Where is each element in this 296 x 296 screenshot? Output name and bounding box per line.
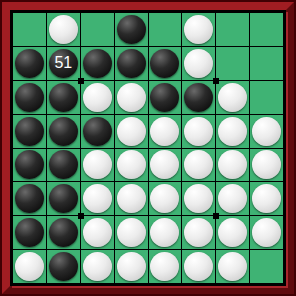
cell-f8[interactable] [182, 250, 215, 283]
cell-e3[interactable] [149, 81, 182, 114]
black-disc [49, 150, 78, 179]
cell-d7[interactable] [115, 216, 148, 249]
cell-h1[interactable] [250, 13, 283, 46]
cell-g8[interactable] [216, 250, 249, 283]
cell-h5[interactable] [250, 149, 283, 182]
black-disc [184, 83, 213, 112]
white-disc [184, 49, 213, 78]
board-frame: 51 [0, 0, 296, 296]
white-disc [184, 218, 213, 247]
cell-f5[interactable] [182, 149, 215, 182]
white-disc [150, 218, 179, 247]
cell-h2[interactable] [250, 47, 283, 80]
cell-a4[interactable] [13, 115, 46, 148]
cell-a1[interactable] [13, 13, 46, 46]
board-grid: 51 [13, 13, 283, 283]
black-disc [117, 15, 146, 44]
cell-b3[interactable] [47, 81, 80, 114]
cell-h6[interactable] [250, 182, 283, 215]
white-disc [184, 252, 213, 281]
cell-a7[interactable] [13, 216, 46, 249]
white-disc [49, 15, 78, 44]
cell-b8[interactable] [47, 250, 80, 283]
white-disc [83, 218, 112, 247]
cell-c3[interactable] [81, 81, 114, 114]
black-disc [117, 49, 146, 78]
white-disc [184, 184, 213, 213]
cell-d6[interactable] [115, 182, 148, 215]
white-disc [150, 184, 179, 213]
cell-f7[interactable] [182, 216, 215, 249]
cell-c5[interactable] [81, 149, 114, 182]
white-disc [218, 83, 247, 112]
white-disc [218, 117, 247, 146]
white-disc [117, 150, 146, 179]
cell-d8[interactable] [115, 250, 148, 283]
black-disc [15, 184, 44, 213]
white-disc [83, 83, 112, 112]
cell-e2[interactable] [149, 47, 182, 80]
cell-g2[interactable] [216, 47, 249, 80]
white-disc [83, 252, 112, 281]
cell-g3[interactable] [216, 81, 249, 114]
white-disc [150, 150, 179, 179]
white-disc [117, 117, 146, 146]
cell-a5[interactable] [13, 149, 46, 182]
black-disc [49, 184, 78, 213]
white-disc [150, 117, 179, 146]
cell-a8[interactable] [13, 250, 46, 283]
cell-g7[interactable] [216, 216, 249, 249]
white-disc [117, 218, 146, 247]
cell-f6[interactable] [182, 182, 215, 215]
cell-g5[interactable] [216, 149, 249, 182]
white-disc [184, 117, 213, 146]
cell-e7[interactable] [149, 216, 182, 249]
cell-e5[interactable] [149, 149, 182, 182]
white-disc [150, 252, 179, 281]
cell-c4[interactable] [81, 115, 114, 148]
white-disc [218, 218, 247, 247]
white-disc [218, 150, 247, 179]
black-disc [150, 83, 179, 112]
cell-e6[interactable] [149, 182, 182, 215]
black-disc [49, 218, 78, 247]
cell-b4[interactable] [47, 115, 80, 148]
black-disc [15, 150, 44, 179]
white-disc [252, 150, 281, 179]
cell-b2[interactable]: 51 [47, 47, 80, 80]
black-disc [83, 49, 112, 78]
black-disc [15, 83, 44, 112]
last-move-number: 51 [54, 55, 72, 71]
black-disc [83, 117, 112, 146]
cell-f1[interactable] [182, 13, 215, 46]
cell-c6[interactable] [81, 182, 114, 215]
board-play-area: 51 [10, 10, 286, 286]
cell-c8[interactable] [81, 250, 114, 283]
cell-f3[interactable] [182, 81, 215, 114]
cell-d2[interactable] [115, 47, 148, 80]
black-disc [49, 83, 78, 112]
cell-f4[interactable] [182, 115, 215, 148]
white-disc [117, 184, 146, 213]
cell-g6[interactable] [216, 182, 249, 215]
white-disc [218, 184, 247, 213]
cell-d5[interactable] [115, 149, 148, 182]
white-disc [117, 83, 146, 112]
black-disc [15, 117, 44, 146]
cell-b7[interactable] [47, 216, 80, 249]
cell-h7[interactable] [250, 216, 283, 249]
cell-g4[interactable] [216, 115, 249, 148]
cell-e8[interactable] [149, 250, 182, 283]
white-disc [184, 150, 213, 179]
cell-d1[interactable] [115, 13, 148, 46]
cell-h4[interactable] [250, 115, 283, 148]
cell-b6[interactable] [47, 182, 80, 215]
black-disc [15, 49, 44, 78]
othello-window: 51 [0, 0, 296, 296]
cell-a2[interactable] [13, 47, 46, 80]
cell-c7[interactable] [81, 216, 114, 249]
white-disc [184, 15, 213, 44]
cell-e4[interactable] [149, 115, 182, 148]
cell-d4[interactable] [115, 115, 148, 148]
white-disc [218, 252, 247, 281]
black-disc [150, 49, 179, 78]
white-disc [252, 117, 281, 146]
white-disc [83, 184, 112, 213]
cell-f2[interactable] [182, 47, 215, 80]
cell-h3[interactable] [250, 81, 283, 114]
cell-b1[interactable] [47, 13, 80, 46]
cell-e1[interactable] [149, 13, 182, 46]
white-disc [83, 150, 112, 179]
cell-a6[interactable] [13, 182, 46, 215]
white-disc [252, 184, 281, 213]
cell-h8[interactable] [250, 250, 283, 283]
board-frame-bevel: 51 [2, 2, 294, 294]
black-disc [49, 117, 78, 146]
cell-d3[interactable] [115, 81, 148, 114]
white-disc [15, 252, 44, 281]
white-disc [117, 252, 146, 281]
cell-b5[interactable] [47, 149, 80, 182]
cell-a3[interactable] [13, 81, 46, 114]
white-disc [252, 218, 281, 247]
black-disc [15, 218, 44, 247]
cell-g1[interactable] [216, 13, 249, 46]
black-disc [49, 252, 78, 281]
cell-c1[interactable] [81, 13, 114, 46]
black-disc: 51 [49, 49, 78, 78]
cell-c2[interactable] [81, 47, 114, 80]
